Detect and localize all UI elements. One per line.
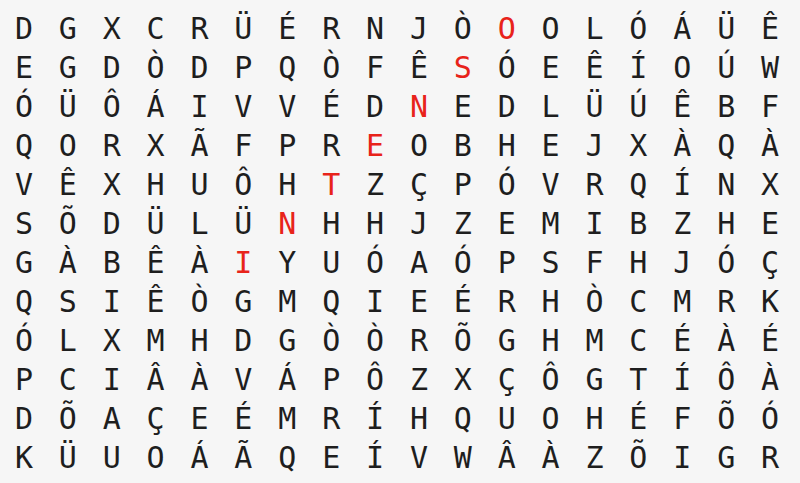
grid-cell-r6c12[interactable]: E	[485, 204, 529, 243]
grid-cell-r10c6[interactable]: V	[221, 360, 265, 399]
word-search-board: DGXCRÜÉRNJÒOOLÓÁÜÊEGDÒDPQÒFÊSÓEÊÍOÚWÓÜÔÁ…	[0, 0, 800, 483]
grid-cell-r1c7[interactable]: É	[265, 9, 309, 48]
grid-cell-r6c9[interactable]: H	[353, 204, 397, 243]
grid-cell-r4c11[interactable]: B	[441, 126, 485, 165]
grid-cell-r4c7[interactable]: P	[265, 126, 309, 165]
grid-cell-r9c1[interactable]: Ó	[2, 321, 46, 360]
grid-cell-r1c13[interactable]: O	[529, 9, 573, 48]
grid-cell-r9c2[interactable]: L	[46, 321, 90, 360]
grid-cell-r7c16[interactable]: J	[660, 243, 704, 282]
grid-cell-r12c4[interactable]: O	[134, 438, 178, 477]
grid-cell-r8c5[interactable]: Ò	[178, 282, 222, 321]
grid-cell-r12c1[interactable]: K	[2, 438, 46, 477]
grid-cell-r11c3[interactable]: A	[90, 399, 134, 438]
grid-cell-r9c5[interactable]: H	[178, 321, 222, 360]
grid-cell-r12c13[interactable]: À	[529, 438, 573, 477]
grid-cell-r10c5[interactable]: À	[178, 360, 222, 399]
grid-cell-r8c14[interactable]: Ò	[573, 282, 617, 321]
grid-cell-r10c2[interactable]: C	[46, 360, 90, 399]
grid-cell-r1c5[interactable]: R	[178, 9, 222, 48]
grid-cell-r5c11[interactable]: P	[441, 165, 485, 204]
grid-cell-r4c15[interactable]: X	[616, 126, 660, 165]
grid-cell-r9c13[interactable]: H	[529, 321, 573, 360]
grid-cell-r5c15[interactable]: Q	[616, 165, 660, 204]
grid-cell-r12c10[interactable]: V	[397, 438, 441, 477]
grid-cell-r11c16[interactable]: F	[660, 399, 704, 438]
grid-cell-r9c8[interactable]: Ò	[309, 321, 353, 360]
grid-cell-r2c6[interactable]: P	[221, 48, 265, 87]
grid-cell-r2c4[interactable]: Ò	[134, 48, 178, 87]
grid-cell-r6c11[interactable]: Z	[441, 204, 485, 243]
grid-cell-r7c10[interactable]: A	[397, 243, 441, 282]
grid-cell-r1c1[interactable]: D	[2, 9, 46, 48]
grid-cell-r10c16[interactable]: Í	[660, 360, 704, 399]
grid-cell-r3c6[interactable]: V	[221, 87, 265, 126]
grid-cell-r8c18[interactable]: K	[748, 282, 792, 321]
grid-cell-r4c10[interactable]: O	[397, 126, 441, 165]
grid-cell-r5c17[interactable]: N	[704, 165, 748, 204]
grid-cell-r1c10[interactable]: J	[397, 9, 441, 48]
grid-cell-r7c17[interactable]: Ó	[704, 243, 748, 282]
grid-cell-r10c13[interactable]: Ô	[529, 360, 573, 399]
grid-cell-r10c18[interactable]: À	[748, 360, 792, 399]
grid-cell-r8c15[interactable]: C	[616, 282, 660, 321]
grid-cell-r4c13[interactable]: E	[529, 126, 573, 165]
grid-cell-r5c7[interactable]: H	[265, 165, 309, 204]
grid-cell-r12c8[interactable]: E	[309, 438, 353, 477]
grid-cell-r3c4[interactable]: Á	[134, 87, 178, 126]
grid-cell-r6c8[interactable]: H	[309, 204, 353, 243]
grid-cell-r10c12[interactable]: Ç	[485, 360, 529, 399]
grid-cell-r3c2[interactable]: Ü	[46, 87, 90, 126]
grid-cell-r1c2[interactable]: G	[46, 9, 90, 48]
grid-cell-r9c6[interactable]: D	[221, 321, 265, 360]
grid-cell-r3c7[interactable]: V	[265, 87, 309, 126]
grid-cell-r12c2[interactable]: Ü	[46, 438, 90, 477]
grid-cell-r1c12-highlighted[interactable]: O	[485, 9, 529, 48]
grid-cell-r12c12[interactable]: Â	[485, 438, 529, 477]
grid-cell-r11c17[interactable]: Õ	[704, 399, 748, 438]
grid-cell-r9c15[interactable]: C	[616, 321, 660, 360]
grid-cell-r10c10[interactable]: Z	[397, 360, 441, 399]
grid-cell-r11c5[interactable]: E	[178, 399, 222, 438]
grid-cell-r2c12[interactable]: Ó	[485, 48, 529, 87]
grid-cell-r11c8[interactable]: R	[309, 399, 353, 438]
word-search-grid: DGXCRÜÉRNJÒOOLÓÁÜÊEGDÒDPQÒFÊSÓEÊÍOÚWÓÜÔÁ…	[0, 0, 800, 483]
grid-cell-r2c7[interactable]: Q	[265, 48, 309, 87]
grid-cell-r10c17[interactable]: Ô	[704, 360, 748, 399]
grid-cell-r10c4[interactable]: Â	[134, 360, 178, 399]
grid-cell-r9c18[interactable]: É	[748, 321, 792, 360]
grid-cell-r4c18[interactable]: À	[748, 126, 792, 165]
grid-cell-r9c4[interactable]: M	[134, 321, 178, 360]
grid-cell-r7c15[interactable]: H	[616, 243, 660, 282]
grid-cell-r2c13[interactable]: E	[529, 48, 573, 87]
grid-cell-r11c15[interactable]: É	[616, 399, 660, 438]
grid-cell-r2c3[interactable]: D	[90, 48, 134, 87]
grid-cell-r3c11[interactable]: E	[441, 87, 485, 126]
grid-cell-r12c16[interactable]: I	[660, 438, 704, 477]
grid-cell-r7c8[interactable]: U	[309, 243, 353, 282]
grid-cell-r8c6[interactable]: G	[221, 282, 265, 321]
grid-cell-r1c11[interactable]: Ò	[441, 9, 485, 48]
grid-cell-r8c8[interactable]: Q	[309, 282, 353, 321]
grid-cell-r6c17[interactable]: H	[704, 204, 748, 243]
grid-cell-r12c5[interactable]: Á	[178, 438, 222, 477]
grid-cell-r8c10[interactable]: E	[397, 282, 441, 321]
grid-cell-r9c10[interactable]: R	[397, 321, 441, 360]
grid-cell-r2c9[interactable]: F	[353, 48, 397, 87]
grid-cell-r8c12[interactable]: R	[485, 282, 529, 321]
grid-cell-r7c6-highlighted[interactable]: I	[221, 243, 265, 282]
grid-cell-r8c3[interactable]: I	[90, 282, 134, 321]
grid-cell-r1c17[interactable]: Ü	[704, 9, 748, 48]
grid-cell-r8c2[interactable]: S	[46, 282, 90, 321]
grid-cell-r5c10[interactable]: Ç	[397, 165, 441, 204]
grid-cell-r5c8-highlighted[interactable]: T	[309, 165, 353, 204]
grid-cell-r6c13[interactable]: M	[529, 204, 573, 243]
grid-cell-r9c7[interactable]: G	[265, 321, 309, 360]
grid-cell-r8c17[interactable]: R	[704, 282, 748, 321]
grid-cell-r2c5[interactable]: D	[178, 48, 222, 87]
grid-cell-r7c11[interactable]: Ó	[441, 243, 485, 282]
grid-cell-r4c8[interactable]: R	[309, 126, 353, 165]
grid-cell-r10c1[interactable]: P	[2, 360, 46, 399]
grid-cell-r5c3[interactable]: X	[90, 165, 134, 204]
grid-cell-r7c2[interactable]: À	[46, 243, 90, 282]
grid-cell-r5c16[interactable]: Í	[660, 165, 704, 204]
grid-cell-r10c8[interactable]: P	[309, 360, 353, 399]
grid-cell-r3c16[interactable]: Ê	[660, 87, 704, 126]
grid-cell-r2c11-highlighted[interactable]: S	[441, 48, 485, 87]
grid-cell-r6c3[interactable]: D	[90, 204, 134, 243]
grid-cell-r2c1[interactable]: E	[2, 48, 46, 87]
grid-cell-r11c6[interactable]: É	[221, 399, 265, 438]
grid-cell-r7c12[interactable]: P	[485, 243, 529, 282]
grid-cell-r6c6[interactable]: Ü	[221, 204, 265, 243]
grid-cell-r11c10[interactable]: H	[397, 399, 441, 438]
grid-cell-r3c12[interactable]: D	[485, 87, 529, 126]
grid-cell-r11c11[interactable]: Q	[441, 399, 485, 438]
grid-cell-r4c14[interactable]: J	[573, 126, 617, 165]
grid-cell-r4c16[interactable]: À	[660, 126, 704, 165]
grid-cell-r8c4[interactable]: Ê	[134, 282, 178, 321]
grid-cell-r6c4[interactable]: Ü	[134, 204, 178, 243]
grid-cell-r7c7[interactable]: Y	[265, 243, 309, 282]
grid-cell-r11c13[interactable]: O	[529, 399, 573, 438]
grid-cell-r6c10[interactable]: J	[397, 204, 441, 243]
grid-cell-r12c11[interactable]: W	[441, 438, 485, 477]
grid-cell-r1c18[interactable]: Ê	[748, 9, 792, 48]
grid-cell-r11c14[interactable]: H	[573, 399, 617, 438]
grid-cell-r11c9[interactable]: Í	[353, 399, 397, 438]
grid-cell-r8c16[interactable]: M	[660, 282, 704, 321]
grid-cell-r9c16[interactable]: É	[660, 321, 704, 360]
grid-cell-r1c16[interactable]: Á	[660, 9, 704, 48]
grid-cell-r6c1[interactable]: S	[2, 204, 46, 243]
grid-cell-r6c14[interactable]: I	[573, 204, 617, 243]
grid-cell-r11c1[interactable]: D	[2, 399, 46, 438]
grid-cell-r12c7[interactable]: Q	[265, 438, 309, 477]
grid-cell-r5c12[interactable]: Ó	[485, 165, 529, 204]
grid-cell-r4c5[interactable]: Ã	[178, 126, 222, 165]
grid-cell-r12c9[interactable]: Í	[353, 438, 397, 477]
grid-cell-r10c9[interactable]: Ô	[353, 360, 397, 399]
grid-cell-r4c9-highlighted[interactable]: E	[353, 126, 397, 165]
grid-cell-r7c5[interactable]: À	[178, 243, 222, 282]
grid-cell-r8c11[interactable]: É	[441, 282, 485, 321]
grid-cell-r7c14[interactable]: F	[573, 243, 617, 282]
grid-cell-r7c13[interactable]: S	[529, 243, 573, 282]
grid-cell-r12c3[interactable]: U	[90, 438, 134, 477]
grid-cell-r2c17[interactable]: Ú	[704, 48, 748, 87]
grid-cell-r7c9[interactable]: Ó	[353, 243, 397, 282]
grid-cell-r7c18[interactable]: Ç	[748, 243, 792, 282]
grid-cell-r2c18[interactable]: W	[748, 48, 792, 87]
grid-cell-r4c6[interactable]: F	[221, 126, 265, 165]
grid-cell-r2c14[interactable]: Ê	[573, 48, 617, 87]
grid-cell-r6c18[interactable]: E	[748, 204, 792, 243]
grid-cell-r1c9[interactable]: N	[353, 9, 397, 48]
grid-cell-r9c11[interactable]: Õ	[441, 321, 485, 360]
grid-cell-r5c4[interactable]: H	[134, 165, 178, 204]
grid-cell-r1c4[interactable]: C	[134, 9, 178, 48]
grid-cell-r10c7[interactable]: Á	[265, 360, 309, 399]
grid-cell-r6c5[interactable]: L	[178, 204, 222, 243]
grid-cell-r10c14[interactable]: G	[573, 360, 617, 399]
grid-cell-r2c8[interactable]: Ò	[309, 48, 353, 87]
grid-cell-r10c15[interactable]: T	[616, 360, 660, 399]
grid-cell-r4c1[interactable]: Q	[2, 126, 46, 165]
grid-cell-r5c18[interactable]: X	[748, 165, 792, 204]
grid-cell-r1c6[interactable]: Ü	[221, 9, 265, 48]
grid-cell-r5c14[interactable]: R	[573, 165, 617, 204]
grid-cell-r11c4[interactable]: Ç	[134, 399, 178, 438]
grid-cell-r9c12[interactable]: G	[485, 321, 529, 360]
grid-cell-r7c3[interactable]: B	[90, 243, 134, 282]
grid-cell-r3c1[interactable]: Ó	[2, 87, 46, 126]
grid-cell-r4c12[interactable]: H	[485, 126, 529, 165]
grid-cell-r3c8[interactable]: É	[309, 87, 353, 126]
grid-cell-r10c3[interactable]: I	[90, 360, 134, 399]
grid-cell-r6c2[interactable]: Õ	[46, 204, 90, 243]
grid-cell-r4c17[interactable]: Q	[704, 126, 748, 165]
grid-cell-r3c10-highlighted[interactable]: N	[397, 87, 441, 126]
grid-cell-r2c2[interactable]: G	[46, 48, 90, 87]
grid-cell-r8c7[interactable]: M	[265, 282, 309, 321]
grid-cell-r12c18[interactable]: R	[748, 438, 792, 477]
grid-cell-r5c6[interactable]: Ô	[221, 165, 265, 204]
grid-cell-r5c9[interactable]: Z	[353, 165, 397, 204]
grid-cell-r3c17[interactable]: B	[704, 87, 748, 126]
grid-cell-r3c13[interactable]: L	[529, 87, 573, 126]
grid-cell-r5c2[interactable]: Ê	[46, 165, 90, 204]
grid-cell-r9c17[interactable]: À	[704, 321, 748, 360]
grid-cell-r3c5[interactable]: I	[178, 87, 222, 126]
grid-cell-r2c16[interactable]: O	[660, 48, 704, 87]
grid-cell-r3c18[interactable]: F	[748, 87, 792, 126]
grid-cell-r8c13[interactable]: H	[529, 282, 573, 321]
grid-cell-r6c16[interactable]: Z	[660, 204, 704, 243]
grid-cell-r1c15[interactable]: Ó	[616, 9, 660, 48]
grid-cell-r3c15[interactable]: Ú	[616, 87, 660, 126]
grid-cell-r12c17[interactable]: G	[704, 438, 748, 477]
grid-cell-r5c1[interactable]: V	[2, 165, 46, 204]
grid-cell-r6c15[interactable]: B	[616, 204, 660, 243]
grid-cell-r4c2[interactable]: O	[46, 126, 90, 165]
grid-cell-r7c4[interactable]: Ê	[134, 243, 178, 282]
grid-cell-r5c13[interactable]: V	[529, 165, 573, 204]
grid-cell-r12c15[interactable]: Õ	[616, 438, 660, 477]
grid-cell-r7c1[interactable]: G	[2, 243, 46, 282]
grid-cell-r11c18[interactable]: Ó	[748, 399, 792, 438]
grid-cell-r10c11[interactable]: X	[441, 360, 485, 399]
grid-cell-r8c1[interactable]: Q	[2, 282, 46, 321]
grid-cell-r3c14[interactable]: Ü	[573, 87, 617, 126]
grid-cell-r8c9[interactable]: I	[353, 282, 397, 321]
grid-cell-r1c8[interactable]: R	[309, 9, 353, 48]
grid-cell-r11c12[interactable]: U	[485, 399, 529, 438]
grid-cell-r5c5[interactable]: U	[178, 165, 222, 204]
grid-cell-r3c3[interactable]: Ô	[90, 87, 134, 126]
grid-cell-r2c15[interactable]: Í	[616, 48, 660, 87]
grid-cell-r11c7[interactable]: M	[265, 399, 309, 438]
grid-cell-r9c9[interactable]: Ò	[353, 321, 397, 360]
grid-cell-r1c14[interactable]: L	[573, 9, 617, 48]
grid-cell-r9c3[interactable]: X	[90, 321, 134, 360]
grid-cell-r4c3[interactable]: R	[90, 126, 134, 165]
grid-cell-r2c10[interactable]: Ê	[397, 48, 441, 87]
grid-cell-r12c6[interactable]: Ã	[221, 438, 265, 477]
grid-cell-r9c14[interactable]: M	[573, 321, 617, 360]
grid-cell-r6c7-highlighted[interactable]: N	[265, 204, 309, 243]
grid-cell-r3c9[interactable]: D	[353, 87, 397, 126]
grid-cell-r12c14[interactable]: Z	[573, 438, 617, 477]
grid-cell-r1c3[interactable]: X	[90, 9, 134, 48]
grid-cell-r4c4[interactable]: X	[134, 126, 178, 165]
grid-cell-r11c2[interactable]: Õ	[46, 399, 90, 438]
